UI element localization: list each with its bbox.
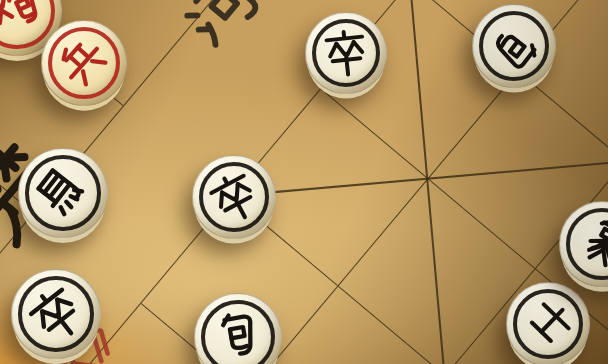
piece-black-soldier-1[interactable] [305, 12, 387, 94]
piece-character-bao-icon [207, 306, 269, 364]
piece-black-soldier-2[interactable] [192, 155, 276, 239]
piece-black-advisor-1[interactable] [506, 282, 590, 364]
piece-red-soldier-1[interactable] [41, 20, 127, 106]
piece-black-cannon-1[interactable] [472, 4, 556, 88]
xiangqi-board-photo [0, 0, 608, 364]
piece-black-soldier-3[interactable] [11, 269, 101, 359]
piece-black-horse-1[interactable] [18, 148, 108, 238]
piece-character-zu-icon [319, 26, 374, 81]
